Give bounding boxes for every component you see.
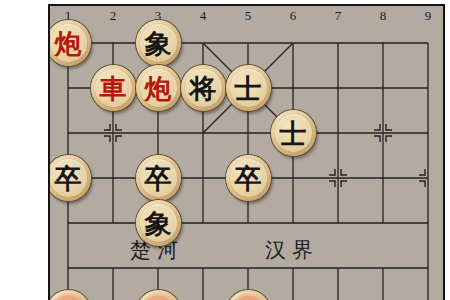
- board-cell-c3r2: 炮: [136, 66, 181, 111]
- board-cell-c1r7: 兵: [48, 291, 91, 300]
- piece-character: 炮: [55, 30, 82, 57]
- piece-red-炮-c1r1[interactable]: 炮: [48, 20, 91, 66]
- piece-face: 車: [95, 69, 132, 107]
- piece-face: 兵: [230, 294, 267, 300]
- piece-face: 兵: [140, 294, 177, 300]
- piece-character: 車: [100, 75, 127, 102]
- piece-character: 卒: [235, 165, 262, 192]
- piece-red-車-c2r2[interactable]: 車: [91, 65, 136, 111]
- board-cell-c3r1: 象: [136, 21, 181, 66]
- piece-face: 炮: [140, 69, 177, 107]
- piece-black-卒-c5r4[interactable]: 卒: [226, 155, 271, 201]
- xiangqi-screenshot: 123456789 楚河 汉界 炮象車炮将士士卒卒卒象兵兵兵: [0, 0, 450, 300]
- board-cell-c3r7: 兵: [136, 291, 181, 300]
- piece-character: 卒: [145, 165, 172, 192]
- piece-face: 将: [185, 69, 222, 107]
- piece-face: 象: [140, 204, 177, 242]
- board-cell-c5r4: 卒: [226, 156, 271, 201]
- piece-black-将-c4r2[interactable]: 将: [181, 65, 226, 111]
- piece-character: 士: [235, 75, 262, 102]
- piece-red-兵-c3r7[interactable]: 兵: [136, 290, 181, 300]
- piece-character: 卒: [55, 165, 82, 192]
- piece-face: 士: [230, 69, 267, 107]
- pieces-grid: 炮象車炮将士士卒卒卒象兵兵兵: [48, 21, 445, 300]
- piece-red-兵-c1r7[interactable]: 兵: [48, 290, 91, 300]
- board-cell-c3r5: 象: [136, 201, 181, 246]
- board-cell-c5r7: 兵: [226, 291, 271, 300]
- piece-red-兵-c5r7[interactable]: 兵: [226, 290, 271, 300]
- board-cell-c2r2: 車: [91, 66, 136, 111]
- piece-black-卒-c1r4[interactable]: 卒: [48, 155, 91, 201]
- piece-character: 炮: [145, 75, 172, 102]
- piece-face: 兵: [50, 294, 87, 300]
- xiangqi-board: 123456789 楚河 汉界 炮象車炮将士士卒卒卒象兵兵兵: [48, 4, 445, 300]
- piece-black-象-c3r5[interactable]: 象: [136, 200, 181, 246]
- board-cell-c3r4: 卒: [136, 156, 181, 201]
- piece-character: 象: [145, 30, 172, 57]
- piece-character: 象: [145, 210, 172, 237]
- piece-black-士-c6r3[interactable]: 士: [271, 110, 316, 156]
- piece-face: 卒: [230, 159, 267, 197]
- piece-face: 炮: [50, 24, 87, 62]
- piece-face: 卒: [140, 159, 177, 197]
- piece-black-卒-c3r4[interactable]: 卒: [136, 155, 181, 201]
- piece-character: 将: [190, 75, 217, 102]
- board-cell-c5r2: 士: [226, 66, 271, 111]
- piece-face: 卒: [50, 159, 87, 197]
- piece-black-士-c5r2[interactable]: 士: [226, 65, 271, 111]
- piece-character: 士: [280, 120, 307, 147]
- board-cell-c1r1: 炮: [48, 21, 91, 66]
- board-cell-c6r3: 士: [271, 111, 316, 156]
- piece-black-象-c3r1[interactable]: 象: [136, 20, 181, 66]
- piece-face: 士: [275, 114, 312, 152]
- piece-red-炮-c3r2[interactable]: 炮: [136, 65, 181, 111]
- board-cell-c4r2: 将: [181, 66, 226, 111]
- board-cell-c1r4: 卒: [48, 156, 91, 201]
- piece-face: 象: [140, 24, 177, 62]
